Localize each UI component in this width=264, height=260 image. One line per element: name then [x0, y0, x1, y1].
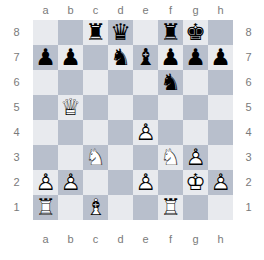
file-label-g-bottom: g — [183, 220, 208, 260]
square-g6[interactable] — [183, 70, 208, 95]
piece-white-knight-c3[interactable]: ♞♘ — [83, 145, 108, 170]
piece-black-rook-c8[interactable]: ♜ — [83, 20, 108, 45]
piece-white-knight-f3[interactable]: ♞♘ — [158, 145, 183, 170]
square-f5[interactable] — [158, 95, 183, 120]
square-f8[interactable]: ♜ — [158, 20, 183, 45]
white-piece-outline-glyph: ♙ — [133, 120, 158, 145]
square-h5[interactable] — [208, 95, 233, 120]
square-f6[interactable]: ♞ — [158, 70, 183, 95]
black-piece-glyph: ♟ — [33, 45, 58, 70]
file-label-h-top: h — [208, 0, 233, 20]
rank-label-7-right: 7 — [233, 45, 264, 70]
file-label-b-bottom: b — [58, 220, 83, 260]
rank-label-1-right: 1 — [233, 195, 264, 220]
square-e7[interactable]: ♝ — [133, 45, 158, 70]
file-label-c-bottom: c — [83, 220, 108, 260]
piece-white-pawn-g3[interactable]: ♟♙ — [183, 145, 208, 170]
piece-black-pawn-a7[interactable]: ♟ — [33, 45, 58, 70]
white-piece-outline-glyph: ♙ — [208, 170, 233, 195]
square-d6[interactable] — [108, 70, 133, 95]
piece-black-bishop-e7[interactable]: ♝ — [133, 45, 158, 70]
piece-black-pawn-b7[interactable]: ♟ — [58, 45, 83, 70]
file-label-b-top: b — [58, 0, 83, 20]
black-piece-glyph: ♝ — [133, 45, 158, 70]
rank-label-6-right: 6 — [233, 70, 264, 95]
corner-bottom-right — [233, 220, 264, 260]
square-h2[interactable]: ♟♙ — [208, 170, 233, 195]
square-f4[interactable] — [158, 120, 183, 145]
square-g1[interactable] — [183, 195, 208, 220]
square-a7[interactable]: ♟ — [33, 45, 58, 70]
piece-black-rook-f8[interactable]: ♜ — [158, 20, 183, 45]
black-piece-glyph: ♟ — [183, 45, 208, 70]
white-piece-outline-glyph: ♖ — [158, 195, 183, 220]
corner-bottom-left — [0, 220, 33, 260]
square-c1[interactable]: ♝♗ — [83, 195, 108, 220]
square-e1[interactable] — [133, 195, 158, 220]
rank-label-3-right: 3 — [233, 145, 264, 170]
black-piece-glyph: ♟ — [58, 45, 83, 70]
square-e2[interactable]: ♟♙ — [133, 170, 158, 195]
file-label-a-bottom: a — [33, 220, 58, 260]
black-piece-glyph: ♟ — [208, 45, 233, 70]
square-c3[interactable]: ♞♘ — [83, 145, 108, 170]
piece-black-pawn-g7[interactable]: ♟ — [183, 45, 208, 70]
square-b2[interactable]: ♟♙ — [58, 170, 83, 195]
square-e6[interactable] — [133, 70, 158, 95]
white-piece-outline-glyph: ♙ — [183, 145, 208, 170]
square-f1[interactable]: ♜♖ — [158, 195, 183, 220]
file-label-h-bottom: h — [208, 220, 233, 260]
chess-board: abcdefgh8♜♛♜♚87♟♟♞♝♟♟♟76♞65♛♕54♟♙43♞♘♞♘♟… — [0, 0, 264, 260]
piece-white-pawn-h2[interactable]: ♟♙ — [208, 170, 233, 195]
square-b3[interactable] — [58, 145, 83, 170]
white-piece-outline-glyph: ♖ — [33, 195, 58, 220]
file-label-a-top: a — [33, 0, 58, 20]
chess-diagram: abcdefgh8♜♛♜♚87♟♟♞♝♟♟♟76♞65♛♕54♟♙43♞♘♞♘♟… — [0, 0, 264, 260]
corner-top-right — [233, 0, 264, 20]
square-d2[interactable] — [108, 170, 133, 195]
rank-label-5-right: 5 — [233, 95, 264, 120]
white-piece-outline-glyph: ♘ — [83, 145, 108, 170]
square-f2[interactable] — [158, 170, 183, 195]
square-h7[interactable]: ♟ — [208, 45, 233, 70]
square-f3[interactable]: ♞♘ — [158, 145, 183, 170]
square-c5[interactable] — [83, 95, 108, 120]
square-d1[interactable] — [108, 195, 133, 220]
piece-white-pawn-e2[interactable]: ♟♙ — [133, 170, 158, 195]
square-g8[interactable]: ♚ — [183, 20, 208, 45]
piece-white-pawn-e4[interactable]: ♟♙ — [133, 120, 158, 145]
square-g5[interactable] — [183, 95, 208, 120]
file-label-g-top: g — [183, 0, 208, 20]
square-e3[interactable] — [133, 145, 158, 170]
square-a3[interactable] — [33, 145, 58, 170]
rank-label-4-right: 4 — [233, 120, 264, 145]
square-c6[interactable] — [83, 70, 108, 95]
piece-black-knight-f6[interactable]: ♞ — [158, 70, 183, 95]
piece-white-pawn-b2[interactable]: ♟♙ — [58, 170, 83, 195]
square-e8[interactable] — [133, 20, 158, 45]
white-piece-outline-glyph: ♙ — [133, 170, 158, 195]
square-h8[interactable] — [208, 20, 233, 45]
square-c8[interactable]: ♜ — [83, 20, 108, 45]
piece-white-king-g2[interactable]: ♚♔ — [183, 170, 208, 195]
square-b4[interactable] — [58, 120, 83, 145]
square-d3[interactable] — [108, 145, 133, 170]
square-b8[interactable] — [58, 20, 83, 45]
square-g3[interactable]: ♟♙ — [183, 145, 208, 170]
file-label-e-top: e — [133, 0, 158, 20]
square-b7[interactable]: ♟ — [58, 45, 83, 70]
piece-black-pawn-h7[interactable]: ♟ — [208, 45, 233, 70]
piece-white-bishop-c1[interactable]: ♝♗ — [83, 195, 108, 220]
black-piece-glyph: ♚ — [183, 20, 208, 45]
white-piece-outline-glyph: ♔ — [183, 170, 208, 195]
black-piece-glyph: ♛ — [108, 20, 133, 45]
piece-black-knight-d7[interactable]: ♞ — [108, 45, 133, 70]
square-b1[interactable] — [58, 195, 83, 220]
rank-label-3-left: 3 — [0, 145, 33, 170]
square-h4[interactable] — [208, 120, 233, 145]
piece-black-king-g8[interactable]: ♚ — [183, 20, 208, 45]
white-piece-outline-glyph: ♗ — [83, 195, 108, 220]
rank-label-4-left: 4 — [0, 120, 33, 145]
piece-white-rook-f1[interactable]: ♜♖ — [158, 195, 183, 220]
corner-top-left — [0, 0, 33, 20]
square-a8[interactable] — [33, 20, 58, 45]
rank-label-1-left: 1 — [0, 195, 33, 220]
rank-label-2-left: 2 — [0, 170, 33, 195]
square-a5[interactable] — [33, 95, 58, 120]
black-piece-glyph: ♞ — [108, 45, 133, 70]
square-d8[interactable]: ♛ — [108, 20, 133, 45]
file-label-c-top: c — [83, 0, 108, 20]
square-f7[interactable]: ♟ — [158, 45, 183, 70]
square-a4[interactable] — [33, 120, 58, 145]
rank-label-5-left: 5 — [0, 95, 33, 120]
white-piece-outline-glyph: ♘ — [158, 145, 183, 170]
square-e5[interactable] — [133, 95, 158, 120]
piece-white-rook-a1[interactable]: ♜♖ — [33, 195, 58, 220]
rank-label-8-left: 8 — [0, 20, 33, 45]
black-piece-glyph: ♜ — [158, 20, 183, 45]
rank-label-7-left: 7 — [0, 45, 33, 70]
square-d4[interactable] — [108, 120, 133, 145]
black-piece-glyph: ♞ — [158, 70, 183, 95]
square-d7[interactable]: ♞ — [108, 45, 133, 70]
square-e4[interactable]: ♟♙ — [133, 120, 158, 145]
file-label-d-top: d — [108, 0, 133, 20]
square-b6[interactable] — [58, 70, 83, 95]
piece-black-queen-d8[interactable]: ♛ — [108, 20, 133, 45]
square-a1[interactable]: ♜♖ — [33, 195, 58, 220]
square-h3[interactable] — [208, 145, 233, 170]
square-c7[interactable] — [83, 45, 108, 70]
square-g4[interactable] — [183, 120, 208, 145]
white-piece-outline-glyph: ♕ — [58, 95, 83, 120]
square-h1[interactable] — [208, 195, 233, 220]
square-d5[interactable] — [108, 95, 133, 120]
black-piece-glyph: ♟ — [158, 45, 183, 70]
file-label-d-bottom: d — [108, 220, 133, 260]
square-a6[interactable] — [33, 70, 58, 95]
square-g2[interactable]: ♚♔ — [183, 170, 208, 195]
file-label-f-top: f — [158, 0, 183, 20]
file-label-e-bottom: e — [133, 220, 158, 260]
rank-label-8-right: 8 — [233, 20, 264, 45]
rank-label-6-left: 6 — [0, 70, 33, 95]
file-label-f-bottom: f — [158, 220, 183, 260]
piece-black-pawn-f7[interactable]: ♟ — [158, 45, 183, 70]
white-piece-outline-glyph: ♙ — [58, 170, 83, 195]
square-g7[interactable]: ♟ — [183, 45, 208, 70]
white-piece-outline-glyph: ♙ — [33, 170, 58, 195]
black-piece-glyph: ♜ — [83, 20, 108, 45]
square-c2[interactable] — [83, 170, 108, 195]
square-h6[interactable] — [208, 70, 233, 95]
rank-label-2-right: 2 — [233, 170, 264, 195]
piece-white-pawn-a2[interactable]: ♟♙ — [33, 170, 58, 195]
square-a2[interactable]: ♟♙ — [33, 170, 58, 195]
piece-white-queen-b5[interactable]: ♛♕ — [58, 95, 83, 120]
square-c4[interactable] — [83, 120, 108, 145]
square-b5[interactable]: ♛♕ — [58, 95, 83, 120]
